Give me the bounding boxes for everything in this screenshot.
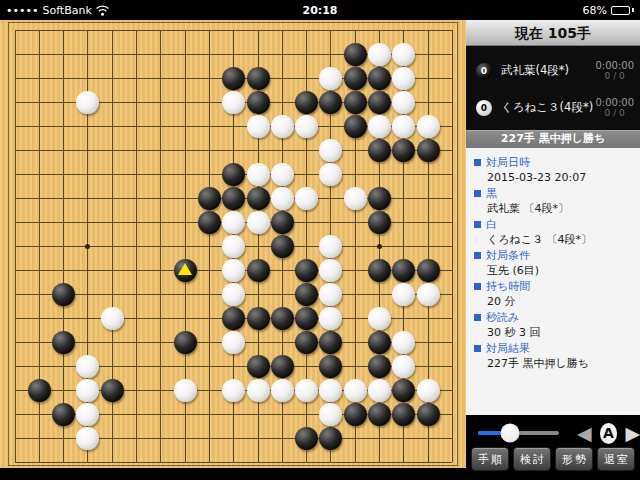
bullet-icon (474, 283, 481, 290)
black-stone (295, 427, 318, 450)
black-stone (368, 403, 391, 426)
white-stone (271, 115, 294, 138)
black-stone (295, 259, 318, 282)
white-stone (319, 259, 342, 282)
white-stone (417, 379, 440, 402)
white-stone (368, 379, 391, 402)
white-stone (368, 43, 391, 66)
black-stone (417, 259, 440, 282)
sidebar: 現在 105手 0 武礼葉(4段*) 0:00:00 0 / 0 0 くろねこ３… (466, 20, 640, 480)
bullet-icon (474, 314, 481, 321)
black-player-name: 武礼葉(4段*) (501, 63, 595, 78)
white-stone (295, 115, 318, 138)
previous-move-button[interactable]: ◀ (577, 422, 592, 444)
black-stone (344, 67, 367, 90)
autoplay-button[interactable]: A (600, 423, 618, 444)
black-stone (392, 139, 415, 162)
black-player-row: 0 武礼葉(4段*) 0:00:00 0 / 0 (476, 52, 634, 89)
white-stone (319, 67, 342, 90)
white-stone (222, 259, 245, 282)
white-stone (76, 427, 99, 450)
black-stone (174, 331, 197, 354)
black-stone (295, 331, 318, 354)
white-stone (222, 379, 245, 402)
white-stone (344, 379, 367, 402)
battery-icon (611, 6, 634, 15)
white-stone (222, 235, 245, 258)
white-stone (417, 283, 440, 306)
app-screen: ••••• SoftBank 20:18 68% 現在 105手 (0, 0, 640, 480)
white-stone (222, 211, 245, 234)
info-label-6: 対局結果 (474, 341, 634, 356)
black-stone (222, 67, 245, 90)
grid-line-v (452, 30, 453, 462)
next-move-button[interactable]: ▶ (625, 422, 640, 444)
white-stone (247, 163, 270, 186)
black-stone (319, 331, 342, 354)
current-move-header: 現在 105手 (466, 20, 640, 46)
black-stone (28, 379, 51, 402)
white-stone (271, 187, 294, 210)
move-slider[interactable] (478, 431, 559, 435)
result-bar: 227手 黒中押し勝ち (466, 130, 640, 148)
black-stone (198, 187, 221, 210)
black-stone (319, 427, 342, 450)
bullet-icon (474, 221, 481, 228)
black-stone-captures-icon: 0 (476, 63, 492, 79)
black-stone (319, 91, 342, 114)
info-value-6: 227手 黒中押し勝ち (474, 356, 634, 371)
white-player-periods: 0 / 0 (595, 108, 634, 119)
black-stone (417, 403, 440, 426)
white-stone (392, 115, 415, 138)
white-stone (392, 43, 415, 66)
black-stone (368, 331, 391, 354)
carrier-label: SoftBank (42, 4, 91, 17)
grid-line-h (15, 462, 452, 463)
black-stone (271, 307, 294, 330)
black-stone (52, 403, 75, 426)
white-stone-captures-icon: 0 (476, 100, 492, 116)
black-stone (295, 91, 318, 114)
bullet-icon (474, 252, 481, 259)
white-stone (319, 379, 342, 402)
menu-button-1[interactable]: 検討 (513, 447, 551, 471)
info-label-4: 持ち時間 (474, 279, 634, 294)
white-stone (222, 283, 245, 306)
black-stone (295, 307, 318, 330)
black-stone (222, 163, 245, 186)
white-stone (392, 91, 415, 114)
black-stone (344, 43, 367, 66)
info-value-0: 2015-03-23 20:07 (474, 170, 634, 185)
black-stone (417, 139, 440, 162)
black-stone (247, 187, 270, 210)
white-stone (319, 163, 342, 186)
white-stone (76, 379, 99, 402)
bottom-strip (0, 468, 466, 480)
last-move-triangle-marker (178, 263, 192, 275)
info-label-5: 秒読み (474, 310, 634, 325)
black-player-periods: 0 / 0 (595, 71, 634, 82)
white-stone (76, 355, 99, 378)
white-stone (247, 115, 270, 138)
status-bar: ••••• SoftBank 20:18 68% (0, 0, 640, 20)
info-label-1: 黒 (474, 186, 634, 201)
white-stone (319, 283, 342, 306)
info-value-4: 20 分 (474, 294, 634, 309)
info-value-3: 互先 (6目) (474, 263, 634, 278)
black-stone (392, 259, 415, 282)
white-stone (392, 331, 415, 354)
white-stone (101, 307, 124, 330)
black-stone (247, 307, 270, 330)
black-stone (52, 331, 75, 354)
black-stone (222, 307, 245, 330)
black-player-time: 0:00:00 (595, 60, 634, 71)
replay-controls: ◀ A ▶ 手順検討形勢退室 (466, 415, 640, 480)
white-stone (271, 379, 294, 402)
bullet-icon (474, 345, 481, 352)
black-stone (392, 379, 415, 402)
info-label-3: 対局条件 (474, 248, 634, 263)
bullet-icon (474, 190, 481, 197)
menu-button-3[interactable]: 退室 (597, 447, 635, 471)
info-label-2: 白 (474, 217, 634, 232)
info-label-0: 対局日時 (474, 155, 634, 170)
white-stone (319, 307, 342, 330)
black-stone (368, 355, 391, 378)
white-stone (319, 139, 342, 162)
black-stone (247, 259, 270, 282)
white-stone (319, 235, 342, 258)
info-value-1: 武礼葉 〔4段*〕 (474, 201, 634, 216)
go-board[interactable] (0, 20, 466, 468)
black-stone (101, 379, 124, 402)
white-stone (222, 91, 245, 114)
white-stone (174, 379, 197, 402)
white-stone (271, 163, 294, 186)
white-player-row: 0 くろねこ３(4段*) 0:00:00 0 / 0 (476, 89, 634, 126)
black-stone (368, 211, 391, 234)
white-stone (247, 211, 270, 234)
black-stone (368, 139, 391, 162)
black-stone (295, 283, 318, 306)
black-stone (174, 259, 197, 282)
white-player-time: 0:00:00 (595, 97, 634, 108)
bullet-icon (474, 159, 481, 166)
black-stone (247, 355, 270, 378)
white-stone (392, 67, 415, 90)
white-stone (76, 403, 99, 426)
white-stone (247, 379, 270, 402)
star-point (85, 244, 90, 249)
signal-strength-icon: ••••• (6, 4, 38, 17)
black-stone (319, 355, 342, 378)
black-stone (198, 211, 221, 234)
info-value-2: くろねこ３ 〔4段*〕 (474, 232, 634, 247)
black-stone (247, 91, 270, 114)
black-stone (271, 211, 294, 234)
black-stone (271, 355, 294, 378)
black-stone (344, 91, 367, 114)
wifi-icon (96, 5, 109, 16)
white-stone (368, 307, 391, 330)
white-stone (417, 115, 440, 138)
black-stone (344, 403, 367, 426)
slider-thumb[interactable] (501, 424, 520, 443)
black-stone (271, 235, 294, 258)
white-stone (344, 187, 367, 210)
white-player-name: くろねこ３(4段*) (501, 100, 595, 115)
black-stone (52, 283, 75, 306)
white-stone (392, 355, 415, 378)
black-stone (368, 91, 391, 114)
white-stone (368, 115, 391, 138)
white-stone (319, 403, 342, 426)
white-stone (76, 91, 99, 114)
black-stone (368, 259, 391, 282)
black-stone (344, 115, 367, 138)
star-point (377, 244, 382, 249)
black-stone (368, 187, 391, 210)
menu-button-0[interactable]: 手順 (471, 447, 509, 471)
menu-button-2[interactable]: 形勢 (555, 447, 593, 471)
player-panel: 0 武礼葉(4段*) 0:00:00 0 / 0 0 くろねこ３(4段*) 0:… (466, 46, 640, 130)
white-stone (295, 187, 318, 210)
black-stone (247, 67, 270, 90)
game-info-list: 対局日時2015-03-23 20:07黒武礼葉 〔4段*〕白くろねこ３ 〔4段… (466, 148, 640, 415)
black-stone (368, 67, 391, 90)
white-stone (295, 379, 318, 402)
info-value-5: 30 秒 3 回 (474, 325, 634, 340)
battery-percent: 68% (583, 4, 607, 17)
white-stone (392, 283, 415, 306)
black-stone (392, 403, 415, 426)
white-stone (222, 331, 245, 354)
black-stone (222, 187, 245, 210)
